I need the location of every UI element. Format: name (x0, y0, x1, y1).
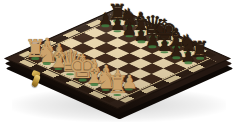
product-photo-stage: ♜♞♝♛♚♝♞♜♟♟♟♟♟♟♟♟♟♟♟♟♟♟♟♟♜♞♝♛♚♝♞♜ (0, 0, 240, 136)
brass-latch[interactable] (29, 70, 43, 90)
latch-hook (31, 74, 41, 87)
piece-white-rook-h1[interactable]: ♜ (107, 73, 129, 97)
piece-black-pawn-h7[interactable]: ♟ (180, 48, 195, 65)
